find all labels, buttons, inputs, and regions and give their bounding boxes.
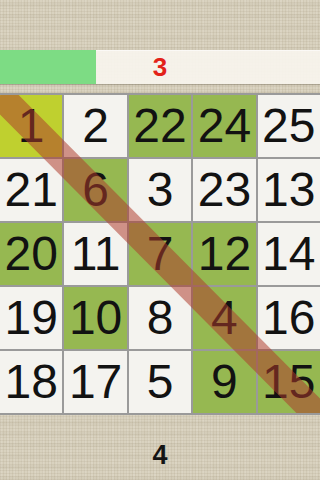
cell-r3c4[interactable]: 12 <box>193 223 255 285</box>
cell-r5c4[interactable]: 9 <box>193 351 255 413</box>
cell-r3c5[interactable]: 14 <box>258 223 320 285</box>
cell-r5c2[interactable]: 17 <box>64 351 126 413</box>
number-board: 1222242521632313201171214191084161817591… <box>0 93 320 415</box>
progress-value: 3 <box>0 50 320 84</box>
cell-r5c5[interactable]: 15 <box>258 351 320 413</box>
cell-r4c5[interactable]: 16 <box>258 287 320 349</box>
cell-r2c1[interactable]: 21 <box>0 159 62 221</box>
cell-r4c4[interactable]: 4 <box>193 287 255 349</box>
game-screen: 3 12222425216323132011712141910841618175… <box>0 0 320 480</box>
cell-r1c3[interactable]: 22 <box>129 95 191 157</box>
cell-r5c3[interactable]: 5 <box>129 351 191 413</box>
cell-r4c1[interactable]: 19 <box>0 287 62 349</box>
progress-bar: 3 <box>0 50 320 84</box>
cell-r1c1[interactable]: 1 <box>0 95 62 157</box>
cell-r3c1[interactable]: 20 <box>0 223 62 285</box>
cell-r2c2[interactable]: 6 <box>64 159 126 221</box>
cell-r5c1[interactable]: 18 <box>0 351 62 413</box>
cell-r3c2[interactable]: 11 <box>64 223 126 285</box>
cell-r3c3[interactable]: 7 <box>129 223 191 285</box>
cell-r4c3[interactable]: 8 <box>129 287 191 349</box>
footer-counter: 4 <box>0 440 320 471</box>
cell-r2c3[interactable]: 3 <box>129 159 191 221</box>
cell-r1c4[interactable]: 24 <box>193 95 255 157</box>
cell-r2c5[interactable]: 13 <box>258 159 320 221</box>
cell-r1c2[interactable]: 2 <box>64 95 126 157</box>
cell-r4c2[interactable]: 10 <box>64 287 126 349</box>
cell-r1c5[interactable]: 25 <box>258 95 320 157</box>
cell-r2c4[interactable]: 23 <box>193 159 255 221</box>
